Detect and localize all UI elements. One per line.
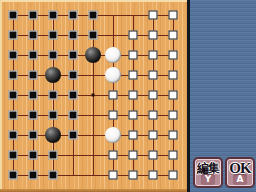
territory-marker-white[interactable]	[169, 171, 178, 180]
board-edge-highlight-top	[0, 0, 187, 2]
black-stone[interactable]	[45, 127, 61, 143]
territory-marker-white[interactable]	[149, 91, 158, 100]
ok-button[interactable]: OK A	[225, 157, 255, 188]
territory-marker-white[interactable]	[109, 151, 118, 160]
territory-marker-black[interactable]	[29, 71, 38, 80]
territory-marker-black[interactable]	[49, 111, 58, 120]
territory-marker-black[interactable]	[49, 11, 58, 20]
black-stone[interactable]	[85, 47, 101, 63]
edit-button-label: 編集	[195, 162, 221, 174]
territory-marker-white[interactable]	[109, 91, 118, 100]
territory-marker-black[interactable]	[9, 31, 18, 40]
edit-button[interactable]: 編集 Y	[193, 157, 223, 188]
white-stone[interactable]	[105, 67, 121, 83]
territory-marker-black[interactable]	[29, 131, 38, 140]
territory-marker-black[interactable]	[9, 151, 18, 160]
territory-marker-black[interactable]	[9, 71, 18, 80]
territory-marker-white[interactable]	[129, 151, 138, 160]
territory-marker-black[interactable]	[49, 171, 58, 180]
territory-marker-white[interactable]	[169, 151, 178, 160]
territory-marker-white[interactable]	[149, 151, 158, 160]
territory-marker-white[interactable]	[169, 131, 178, 140]
territory-marker-black[interactable]	[69, 51, 78, 60]
territory-marker-white[interactable]	[149, 171, 158, 180]
territory-marker-black[interactable]	[49, 51, 58, 60]
territory-marker-white[interactable]	[129, 111, 138, 120]
territory-marker-white[interactable]	[149, 131, 158, 140]
territory-marker-white[interactable]	[129, 171, 138, 180]
territory-marker-black[interactable]	[49, 91, 58, 100]
star-point	[92, 94, 95, 97]
screen: 編集 Y OK A	[0, 0, 256, 192]
territory-marker-black[interactable]	[89, 11, 98, 20]
territory-marker-white[interactable]	[169, 91, 178, 100]
territory-marker-black[interactable]	[69, 91, 78, 100]
territory-marker-black[interactable]	[29, 51, 38, 60]
territory-marker-black[interactable]	[49, 31, 58, 40]
territory-marker-black[interactable]	[29, 151, 38, 160]
territory-marker-white[interactable]	[129, 51, 138, 60]
territory-marker-white[interactable]	[169, 31, 178, 40]
territory-marker-black[interactable]	[69, 131, 78, 140]
territory-marker-white[interactable]	[109, 111, 118, 120]
territory-marker-black[interactable]	[69, 31, 78, 40]
territory-marker-white[interactable]	[129, 131, 138, 140]
territory-marker-black[interactable]	[69, 111, 78, 120]
territory-marker-white[interactable]	[129, 71, 138, 80]
territory-marker-black[interactable]	[29, 111, 38, 120]
territory-marker-white[interactable]	[169, 51, 178, 60]
territory-marker-black[interactable]	[69, 11, 78, 20]
territory-marker-black[interactable]	[69, 71, 78, 80]
territory-marker-white[interactable]	[149, 71, 158, 80]
edit-button-key-y: Y	[201, 174, 215, 185]
territory-marker-black[interactable]	[89, 31, 98, 40]
territory-marker-black[interactable]	[9, 51, 18, 60]
territory-marker-black[interactable]	[9, 171, 18, 180]
white-stone[interactable]	[105, 47, 121, 63]
territory-marker-white[interactable]	[149, 31, 158, 40]
territory-marker-black[interactable]	[29, 31, 38, 40]
territory-marker-black[interactable]	[49, 151, 58, 160]
territory-marker-white[interactable]	[129, 91, 138, 100]
territory-marker-white[interactable]	[149, 51, 158, 60]
board-edge-shadow-bottom	[0, 189, 187, 192]
territory-marker-black[interactable]	[9, 91, 18, 100]
territory-marker-white[interactable]	[149, 111, 158, 120]
black-stone[interactable]	[45, 67, 61, 83]
go-board[interactable]	[0, 0, 187, 192]
territory-marker-black[interactable]	[9, 11, 18, 20]
territory-marker-white[interactable]	[169, 111, 178, 120]
territory-marker-white[interactable]	[129, 31, 138, 40]
white-stone[interactable]	[105, 127, 121, 143]
territory-marker-white[interactable]	[109, 171, 118, 180]
territory-marker-black[interactable]	[9, 131, 18, 140]
territory-marker-black[interactable]	[29, 91, 38, 100]
territory-marker-white[interactable]	[169, 71, 178, 80]
territory-marker-black[interactable]	[29, 171, 38, 180]
ok-button-key-a: A	[233, 174, 247, 185]
territory-marker-white[interactable]	[149, 11, 158, 20]
territory-marker-white[interactable]	[169, 11, 178, 20]
board-edge-highlight-left	[0, 0, 2, 192]
territory-marker-black[interactable]	[9, 111, 18, 120]
territory-marker-black[interactable]	[29, 11, 38, 20]
